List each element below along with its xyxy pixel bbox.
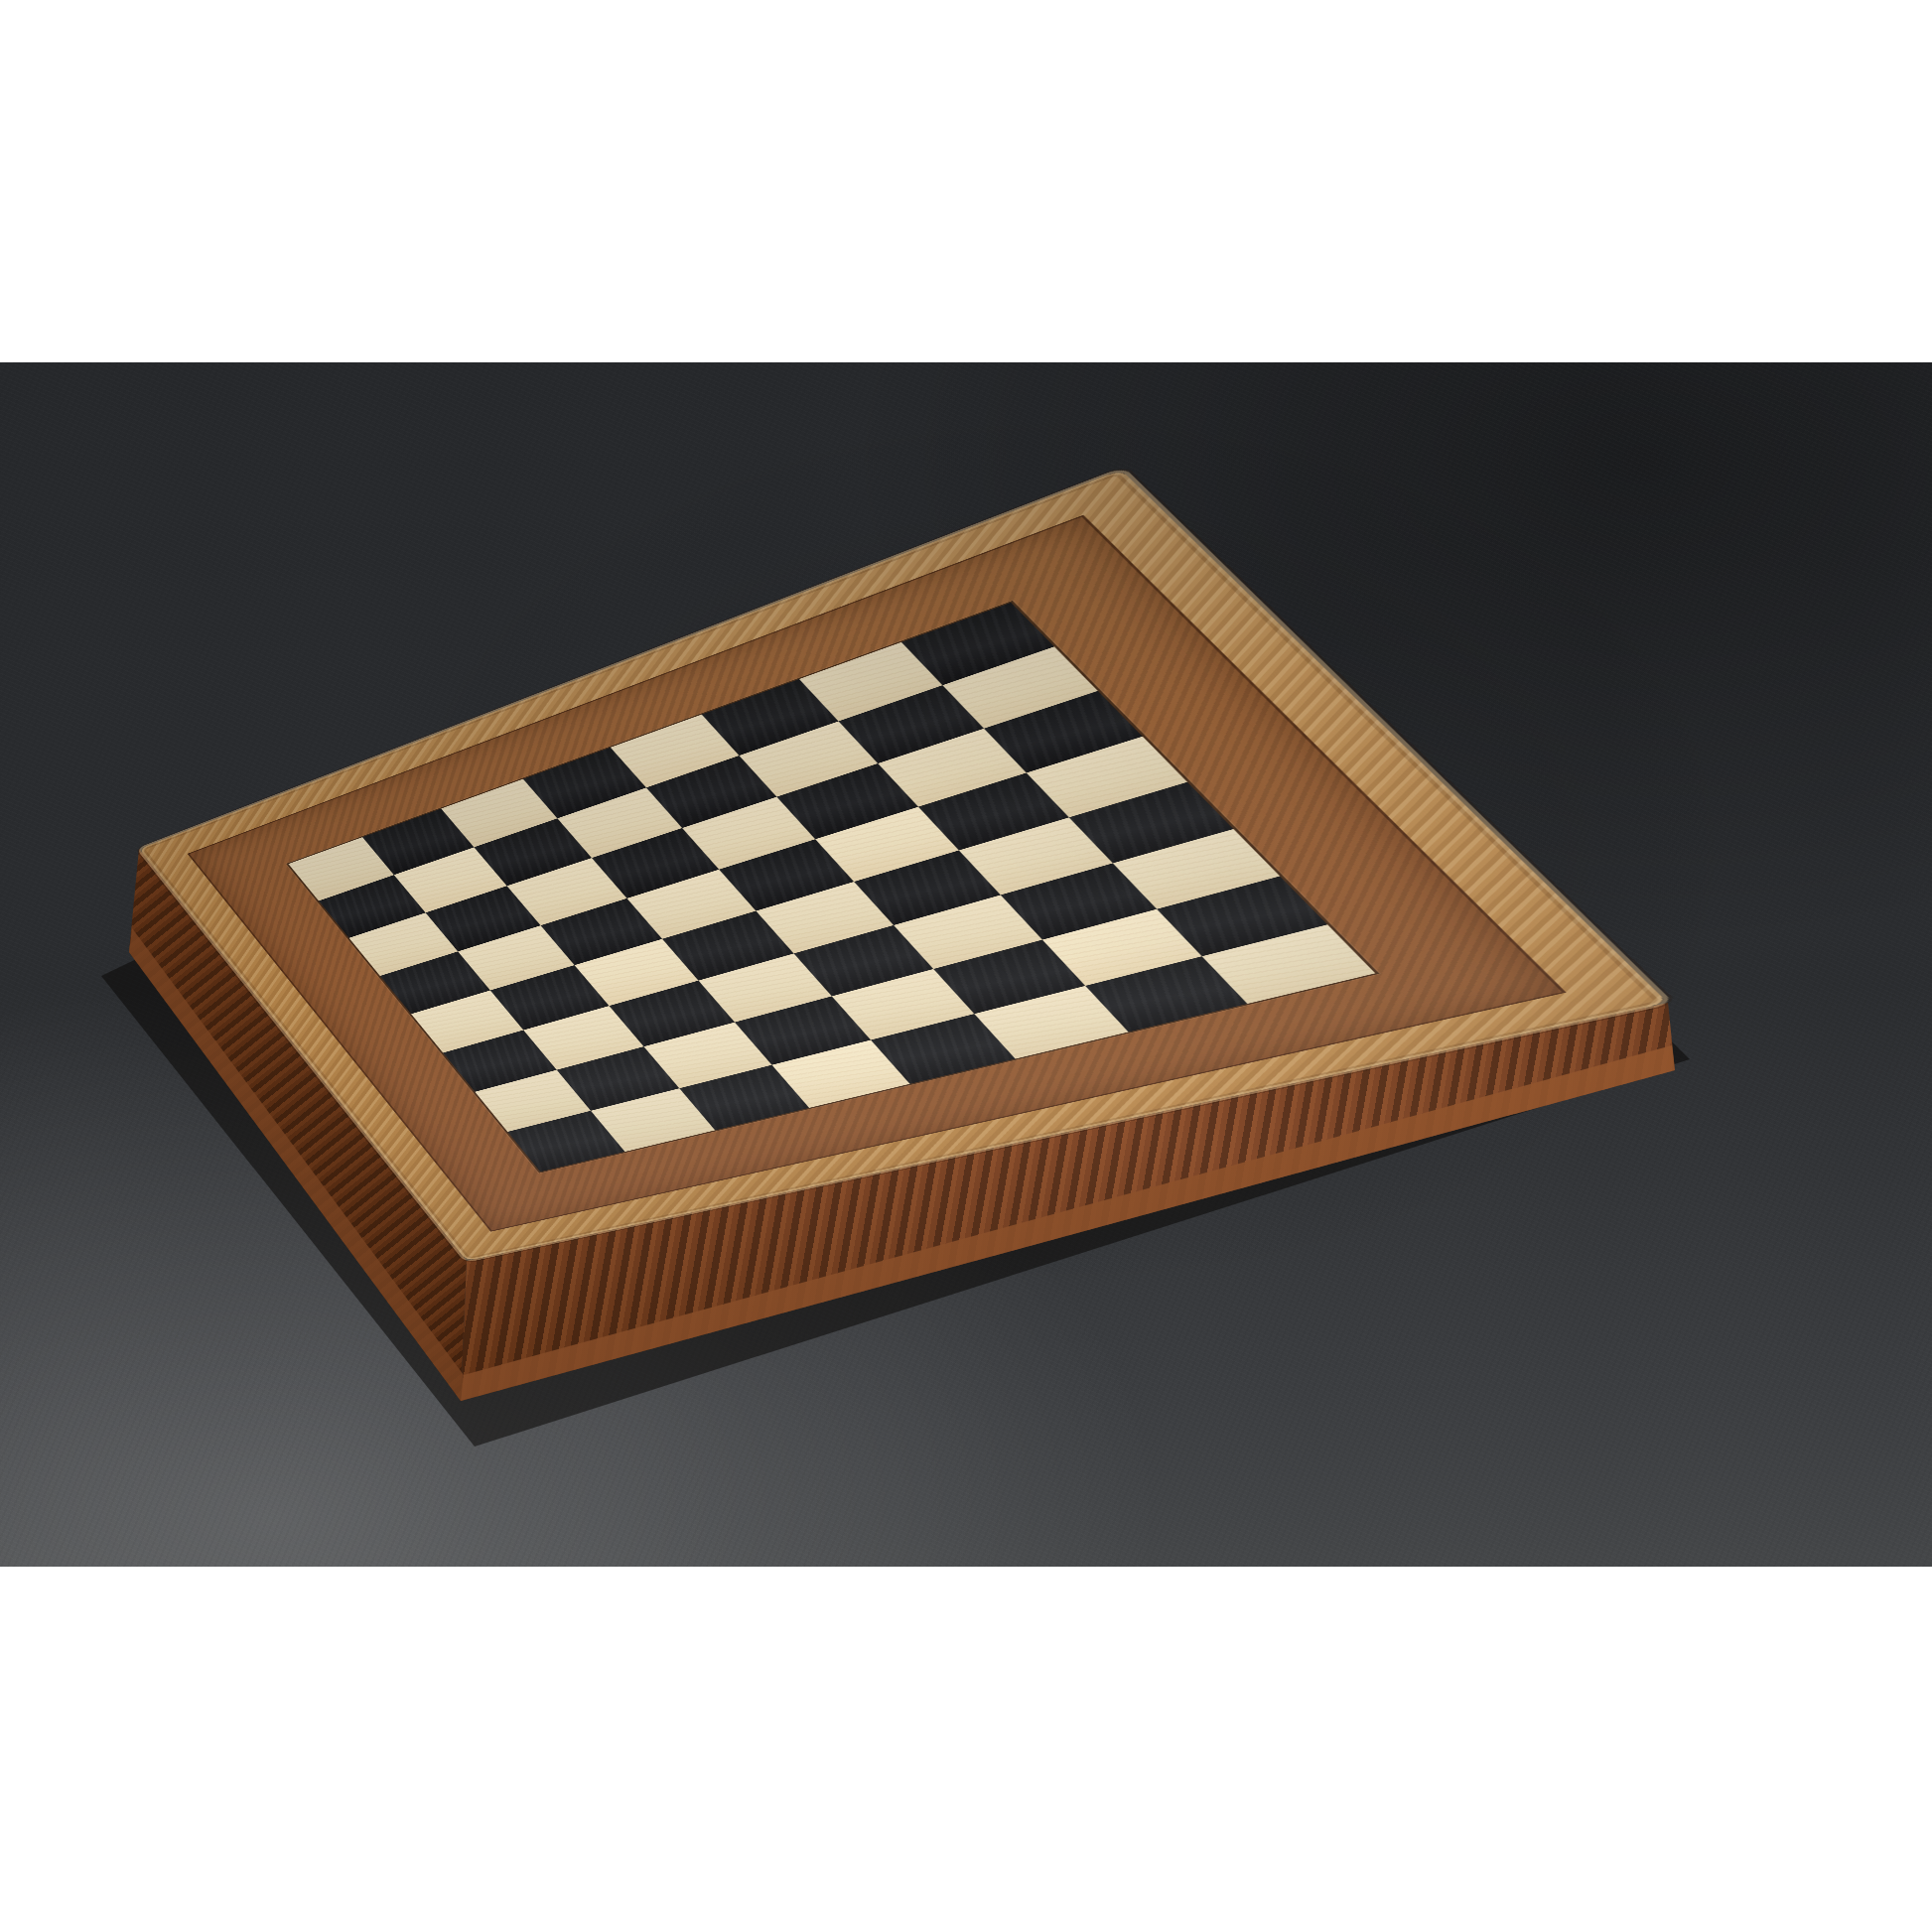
playing-field xyxy=(288,603,1375,1172)
letterbox-bottom xyxy=(0,1567,1932,1932)
product-photo xyxy=(0,362,1932,1567)
letterbox-top xyxy=(0,0,1932,362)
page xyxy=(0,0,1932,1932)
